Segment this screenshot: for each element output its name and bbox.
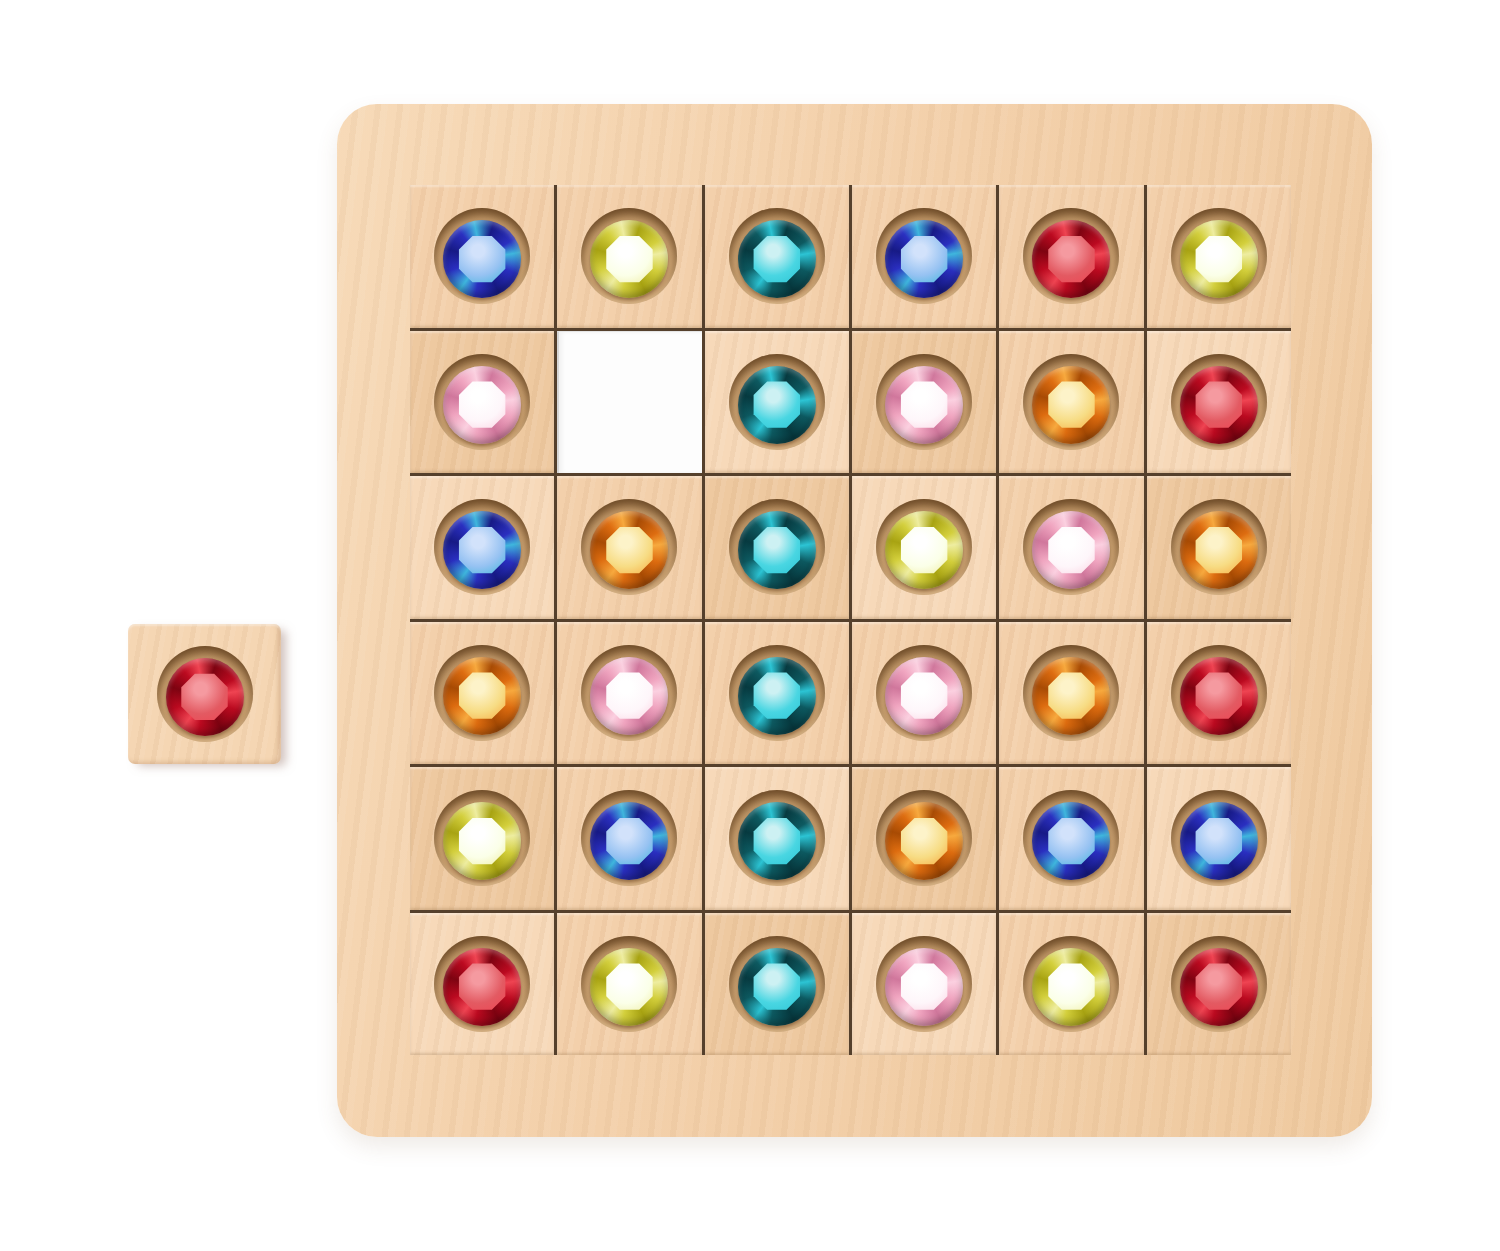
teal-gem <box>738 366 816 444</box>
gem-recess <box>581 790 677 886</box>
orange-gem <box>443 657 521 735</box>
yellow-gem <box>590 220 668 298</box>
cell-r4c1[interactable] <box>410 622 554 765</box>
cell-r3c6[interactable] <box>1147 476 1291 619</box>
pink-gem <box>885 948 963 1026</box>
pink-gem <box>590 657 668 735</box>
gem-recess <box>434 499 530 595</box>
red-gem <box>1180 657 1258 735</box>
orange-gem <box>885 802 963 880</box>
gem-recess <box>434 645 530 741</box>
teal-gem <box>738 802 816 880</box>
board-grid <box>410 185 1291 1055</box>
red-gem <box>443 948 521 1026</box>
gem-recess <box>1023 645 1119 741</box>
cell-r3c1[interactable] <box>410 476 554 619</box>
cell-r5c1[interactable] <box>410 767 554 910</box>
gem-recess <box>1171 645 1267 741</box>
cell-r1c1[interactable] <box>410 185 554 328</box>
gem-recess <box>581 645 677 741</box>
blue-gem <box>1032 802 1110 880</box>
gem-recess <box>434 354 530 450</box>
gem-recess <box>434 936 530 1032</box>
cell-r6c2[interactable] <box>557 913 701 1056</box>
yellow-gem <box>1032 948 1110 1026</box>
pink-gem <box>885 657 963 735</box>
cell-r1c3[interactable] <box>705 185 849 328</box>
cell-r5c3[interactable] <box>705 767 849 910</box>
cell-r4c4[interactable] <box>852 622 996 765</box>
cell-r6c3[interactable] <box>705 913 849 1056</box>
gem-recess <box>1171 790 1267 886</box>
teal-gem <box>738 657 816 735</box>
cell-r4c6[interactable] <box>1147 622 1291 765</box>
blue-gem <box>885 220 963 298</box>
gem-recess <box>1023 790 1119 886</box>
cell-r4c2[interactable] <box>557 622 701 765</box>
red-gem <box>166 658 244 736</box>
board-well <box>410 185 1291 1055</box>
cell-r6c4[interactable] <box>852 913 996 1056</box>
cell-r6c5[interactable] <box>999 913 1143 1056</box>
gem-recess <box>1171 354 1267 450</box>
cell-r4c5[interactable] <box>999 622 1143 765</box>
gem-recess <box>581 208 677 304</box>
blue-gem <box>443 511 521 589</box>
cell-r2c3[interactable] <box>705 331 849 474</box>
cell-r1c2[interactable] <box>557 185 701 328</box>
spare-block[interactable] <box>128 624 281 764</box>
orange-gem <box>1032 366 1110 444</box>
teal-gem <box>738 220 816 298</box>
gem-recess <box>157 646 253 742</box>
gem-recess <box>876 936 972 1032</box>
orange-gem <box>1180 511 1258 589</box>
pink-gem <box>443 366 521 444</box>
gem-recess <box>581 499 677 595</box>
gem-recess <box>1023 499 1119 595</box>
gem-recess <box>1171 208 1267 304</box>
cell-r3c4[interactable] <box>852 476 996 619</box>
gem-recess <box>729 354 825 450</box>
teal-gem <box>738 511 816 589</box>
gem-recess <box>581 936 677 1032</box>
cell-r2c4[interactable] <box>852 331 996 474</box>
cell-r3c3[interactable] <box>705 476 849 619</box>
gem-recess <box>1171 499 1267 595</box>
game-board <box>337 104 1372 1137</box>
cell-r1c6[interactable] <box>1147 185 1291 328</box>
cell-r1c5[interactable] <box>999 185 1143 328</box>
yellow-gem <box>885 511 963 589</box>
yellow-gem <box>590 948 668 1026</box>
cell-r6c6[interactable] <box>1147 913 1291 1056</box>
gem-recess <box>876 354 972 450</box>
gem-recess <box>729 208 825 304</box>
red-gem <box>1180 948 1258 1026</box>
yellow-gem <box>1180 220 1258 298</box>
gem-recess <box>729 936 825 1032</box>
gem-recess <box>729 645 825 741</box>
gem-recess <box>876 499 972 595</box>
gem-recess <box>729 499 825 595</box>
gem-recess <box>729 790 825 886</box>
cell-r3c2[interactable] <box>557 476 701 619</box>
page-background <box>0 0 1500 1251</box>
cell-r4c3[interactable] <box>705 622 849 765</box>
gem-recess <box>434 790 530 886</box>
yellow-gem <box>443 802 521 880</box>
gem-recess <box>1023 354 1119 450</box>
blue-gem <box>1180 802 1258 880</box>
red-gem <box>1032 220 1110 298</box>
cell-r5c5[interactable] <box>999 767 1143 910</box>
gem-recess <box>1023 208 1119 304</box>
blue-gem <box>443 220 521 298</box>
orange-gem <box>1032 657 1110 735</box>
gem-recess <box>876 645 972 741</box>
gem-recess <box>1171 936 1267 1032</box>
cell-r5c2[interactable] <box>557 767 701 910</box>
cell-r1c4[interactable] <box>852 185 996 328</box>
cell-r3c5[interactable] <box>999 476 1143 619</box>
gem-recess <box>876 790 972 886</box>
blue-gem <box>590 802 668 880</box>
cell-r5c6[interactable] <box>1147 767 1291 910</box>
teal-gem <box>738 948 816 1026</box>
gem-recess <box>876 208 972 304</box>
cell-r2c5[interactable] <box>999 331 1143 474</box>
red-gem <box>1180 366 1258 444</box>
cell-r2c1[interactable] <box>410 331 554 474</box>
cell-r2c6[interactable] <box>1147 331 1291 474</box>
orange-gem <box>590 511 668 589</box>
cell-r5c4[interactable] <box>852 767 996 910</box>
gem-recess <box>1023 936 1119 1032</box>
pink-gem <box>885 366 963 444</box>
pink-gem <box>1032 511 1110 589</box>
empty-slot[interactable] <box>557 331 701 474</box>
gem-recess <box>434 208 530 304</box>
cell-r6c1[interactable] <box>410 913 554 1056</box>
